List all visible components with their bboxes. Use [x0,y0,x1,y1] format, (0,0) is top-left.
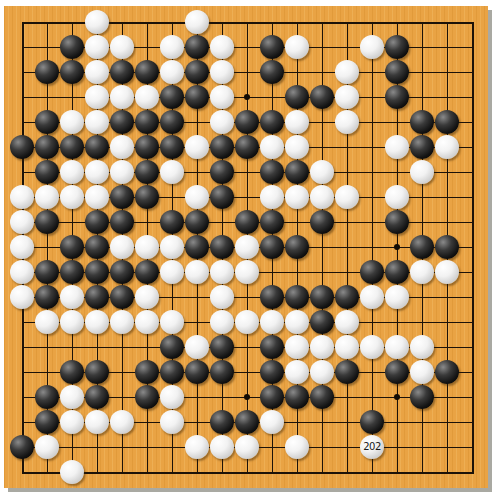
black-stone[interactable] [410,135,434,159]
go-board[interactable]: 202 [4,6,488,488]
white-stone[interactable] [135,235,159,259]
black-stone[interactable] [85,210,109,234]
black-stone[interactable] [60,260,84,284]
black-stone[interactable] [260,160,284,184]
black-stone[interactable] [410,110,434,134]
white-stone[interactable] [210,60,234,84]
white-stone[interactable] [160,235,184,259]
black-stone[interactable] [410,235,434,259]
black-stone[interactable] [185,85,209,109]
black-stone[interactable] [385,260,409,284]
black-stone[interactable] [185,35,209,59]
white-stone[interactable] [335,85,359,109]
white-stone[interactable] [360,35,384,59]
black-stone[interactable] [210,335,234,359]
white-stone[interactable] [235,310,259,334]
white-stone[interactable] [335,335,359,359]
white-stone[interactable] [260,185,284,209]
white-stone[interactable] [385,285,409,309]
black-stone[interactable] [160,135,184,159]
black-stone[interactable] [85,260,109,284]
black-stone[interactable] [35,135,59,159]
black-stone[interactable] [235,410,259,434]
black-stone[interactable] [185,60,209,84]
white-stone[interactable] [210,260,234,284]
white-stone[interactable] [160,310,184,334]
black-stone[interactable] [160,335,184,359]
white-stone[interactable] [85,185,109,209]
black-stone[interactable] [35,410,59,434]
black-stone[interactable] [210,410,234,434]
white-stone[interactable] [185,335,209,359]
black-stone[interactable] [135,360,159,384]
white-stone[interactable] [160,60,184,84]
black-stone[interactable] [85,360,109,384]
black-stone[interactable] [285,235,309,259]
black-stone[interactable] [185,235,209,259]
black-stone[interactable] [385,85,409,109]
black-stone[interactable] [260,285,284,309]
black-stone[interactable] [60,235,84,259]
white-stone[interactable] [235,435,259,459]
white-stone[interactable] [10,235,34,259]
star-point [244,94,250,100]
white-stone[interactable] [85,160,109,184]
white-stone[interactable] [185,435,209,459]
star-point [394,394,400,400]
white-stone[interactable] [60,110,84,134]
black-stone[interactable] [135,160,159,184]
black-stone[interactable] [110,110,134,134]
black-stone[interactable] [85,135,109,159]
black-stone[interactable] [35,210,59,234]
black-stone[interactable] [210,185,234,209]
black-stone[interactable] [135,185,159,209]
white-stone[interactable] [335,60,359,84]
black-stone[interactable] [60,360,84,384]
black-stone[interactable] [185,360,209,384]
black-stone[interactable] [35,160,59,184]
white-stone[interactable] [435,135,459,159]
white-stone[interactable] [110,85,134,109]
black-stone[interactable] [385,360,409,384]
white-stone[interactable] [10,185,34,209]
black-stone[interactable] [260,210,284,234]
black-stone[interactable] [85,285,109,309]
white-stone[interactable] [160,260,184,284]
white-stone[interactable] [210,85,234,109]
white-stone[interactable] [335,110,359,134]
black-stone[interactable] [310,385,334,409]
white-stone[interactable] [110,410,134,434]
black-stone[interactable] [260,60,284,84]
white-stone[interactable] [135,285,159,309]
white-stone[interactable] [235,235,259,259]
star-point [394,244,400,250]
black-stone[interactable] [35,60,59,84]
black-stone[interactable] [285,385,309,409]
white-stone[interactable] [335,310,359,334]
white-stone[interactable] [60,285,84,309]
black-stone[interactable] [110,185,134,209]
black-stone[interactable] [385,210,409,234]
move-number-label: 202 [363,442,381,452]
black-stone[interactable] [135,60,159,84]
black-stone[interactable] [35,260,59,284]
white-stone[interactable] [85,60,109,84]
black-stone[interactable] [110,210,134,234]
white-stone[interactable] [85,310,109,334]
white-stone[interactable] [60,410,84,434]
white-stone[interactable] [85,110,109,134]
white-stone[interactable] [60,385,84,409]
black-stone[interactable] [385,60,409,84]
white-stone[interactable] [160,160,184,184]
black-stone[interactable] [260,235,284,259]
white-stone[interactable] [185,135,209,159]
black-stone[interactable] [235,210,259,234]
white-stone[interactable] [60,160,84,184]
white-stone[interactable] [410,160,434,184]
white-stone[interactable] [185,260,209,284]
white-stone[interactable] [360,285,384,309]
go-game-screenshot: 202 [0,0,500,500]
white-stone[interactable] [285,185,309,209]
black-stone[interactable] [110,60,134,84]
white-stone[interactable] [285,335,309,359]
black-stone[interactable] [235,110,259,134]
black-stone[interactable] [35,110,59,134]
black-stone[interactable] [310,210,334,234]
white-stone[interactable] [10,210,34,234]
white-stone[interactable] [310,185,334,209]
white-stone[interactable] [135,85,159,109]
white-stone[interactable] [60,460,84,484]
white-stone[interactable] [285,435,309,459]
black-stone[interactable] [385,35,409,59]
white-stone[interactable] [35,435,59,459]
black-stone[interactable] [160,210,184,234]
grid-line-horizontal [22,472,474,474]
white-stone[interactable] [160,385,184,409]
white-stone[interactable] [85,10,109,34]
black-stone[interactable] [285,285,309,309]
black-stone[interactable] [10,135,34,159]
black-stone[interactable] [335,285,359,309]
black-stone[interactable] [160,360,184,384]
white-stone[interactable] [35,185,59,209]
black-stone[interactable] [235,135,259,159]
black-stone[interactable] [210,360,234,384]
black-stone[interactable] [210,160,234,184]
white-stone[interactable] [310,335,334,359]
black-stone[interactable] [410,385,434,409]
black-stone[interactable] [135,260,159,284]
black-stone[interactable] [210,135,234,159]
white-stone[interactable] [285,360,309,384]
white-stone[interactable] [85,35,109,59]
grid-line-vertical [472,22,474,474]
white-stone[interactable] [285,310,309,334]
white-stone[interactable] [260,135,284,159]
white-stone[interactable] [410,360,434,384]
black-stone[interactable] [35,385,59,409]
white-stone[interactable] [10,285,34,309]
black-stone[interactable] [360,260,384,284]
black-stone[interactable] [435,110,459,134]
black-stone[interactable] [85,235,109,259]
white-stone[interactable] [110,160,134,184]
black-stone[interactable] [135,110,159,134]
black-stone[interactable] [60,135,84,159]
black-stone[interactable] [310,310,334,334]
white-stone[interactable] [235,260,259,284]
white-stone[interactable] [35,310,59,334]
black-stone[interactable] [160,85,184,109]
black-stone[interactable] [285,85,309,109]
white-stone[interactable] [360,335,384,359]
black-stone[interactable] [185,210,209,234]
white-stone[interactable] [410,335,434,359]
white-stone[interactable] [260,310,284,334]
white-stone[interactable] [10,260,34,284]
black-stone[interactable] [310,285,334,309]
grid-line-vertical [372,22,373,473]
black-stone[interactable] [110,285,134,309]
white-stone[interactable] [335,185,359,209]
black-stone[interactable] [260,385,284,409]
black-stone[interactable] [35,285,59,309]
black-stone[interactable] [210,235,234,259]
white-stone[interactable] [185,185,209,209]
white-stone[interactable] [110,310,134,334]
white-stone[interactable] [60,310,84,334]
black-stone[interactable] [160,110,184,134]
black-stone[interactable] [135,135,159,159]
star-point [244,394,250,400]
white-stone[interactable] [210,35,234,59]
white-stone[interactable] [135,310,159,334]
white-stone[interactable] [410,260,434,284]
white-stone[interactable] [110,235,134,259]
black-stone[interactable] [260,335,284,359]
black-stone[interactable] [285,160,309,184]
white-stone[interactable] [385,135,409,159]
white-stone[interactable] [260,410,284,434]
black-stone[interactable] [110,260,134,284]
white-stone[interactable] [285,110,309,134]
white-stone[interactable] [185,10,209,34]
white-stone[interactable] [210,110,234,134]
white-stone[interactable] [385,185,409,209]
black-stone[interactable] [360,410,384,434]
white-stone[interactable] [310,360,334,384]
white-stone[interactable] [160,410,184,434]
white-stone[interactable] [85,85,109,109]
white-stone[interactable] [210,285,234,309]
black-stone[interactable] [85,385,109,409]
black-stone[interactable] [310,85,334,109]
white-stone[interactable]: 202 [360,435,384,459]
white-stone[interactable] [285,35,309,59]
white-stone[interactable] [210,310,234,334]
white-stone[interactable] [285,135,309,159]
white-stone[interactable] [160,35,184,59]
white-stone[interactable] [60,185,84,209]
white-stone[interactable] [85,410,109,434]
white-stone[interactable] [210,435,234,459]
black-stone[interactable] [435,235,459,259]
black-stone[interactable] [260,110,284,134]
black-stone[interactable] [60,35,84,59]
black-stone[interactable] [10,435,34,459]
black-stone[interactable] [260,360,284,384]
white-stone[interactable] [110,135,134,159]
white-stone[interactable] [435,260,459,284]
black-stone[interactable] [60,60,84,84]
black-stone[interactable] [435,360,459,384]
black-stone[interactable] [135,385,159,409]
white-stone[interactable] [310,160,334,184]
white-stone[interactable] [385,335,409,359]
white-stone[interactable] [110,35,134,59]
black-stone[interactable] [260,35,284,59]
black-stone[interactable] [335,360,359,384]
